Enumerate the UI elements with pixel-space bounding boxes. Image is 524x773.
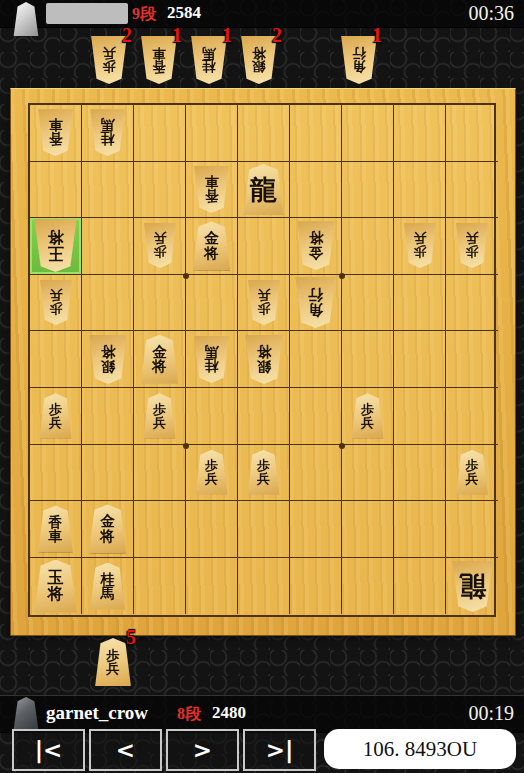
square-84[interactable] [82, 275, 134, 332]
square-81[interactable]: 桂馬 [82, 105, 134, 162]
piece-kanji: 香 [152, 60, 166, 74]
square-58[interactable] [238, 501, 290, 558]
square-23[interactable]: 歩兵 [394, 218, 446, 275]
square-39[interactable] [342, 558, 394, 615]
piece-kanji: 桂 [101, 133, 115, 147]
piece-kanji: 兵 [413, 233, 426, 246]
square-47[interactable] [290, 445, 342, 502]
hoshi-dot [183, 273, 189, 279]
piece-kanji: 将 [100, 345, 115, 360]
piece-pawn-gote[interactable]: 歩兵 [247, 280, 281, 325]
square-87[interactable] [82, 445, 134, 502]
piece-kanji: 角 [308, 303, 323, 318]
piece-kanji: 将 [152, 359, 167, 374]
square-93[interactable]: 王将 [30, 218, 82, 275]
piece-pawn-gote[interactable]: 歩兵 [39, 280, 73, 325]
square-46[interactable] [290, 388, 342, 445]
piece-pawn-sente[interactable]: 歩兵 [351, 393, 385, 438]
piece-pawn-gote[interactable]: 歩兵 [143, 223, 177, 268]
piece-kanji: 将 [100, 529, 115, 544]
square-45[interactable] [290, 331, 342, 388]
piece-kanji: 将 [204, 246, 219, 261]
piece-kanji: 行 [308, 288, 323, 303]
square-14[interactable] [446, 275, 498, 332]
piece-kanji: 馬 [202, 47, 216, 61]
piece-kanji: 銀 [256, 359, 271, 374]
square-97[interactable] [30, 445, 82, 502]
shogi-app: 9段 2584 00:36 歩兵2香車1桂馬1銀将2角行1 香車桂馬香車龍王将歩… [0, 0, 524, 773]
piece-knight-gote[interactable]: 桂馬 [193, 336, 230, 383]
piece-kanji: 歩 [102, 60, 116, 74]
piece-kanji: 龍 [250, 176, 277, 203]
piece-kanji: 馬 [205, 345, 219, 359]
square-36[interactable]: 歩兵 [342, 388, 394, 445]
piece-king-sente[interactable]: 玉将 [33, 560, 78, 613]
square-49[interactable] [290, 558, 342, 615]
piece-kanji: 行 [352, 47, 366, 61]
square-16[interactable] [446, 388, 498, 445]
piece-kanji: 香 [49, 133, 63, 147]
nav-first-button[interactable]: |< [12, 729, 85, 771]
piece-pawn-sente[interactable]: 歩兵 [195, 450, 229, 495]
piece-kanji: 兵 [153, 416, 166, 429]
piece-dragon-sente[interactable]: 龍 [242, 164, 285, 215]
square-62[interactable]: 香車 [186, 162, 238, 219]
piece-kanji: 金 [204, 231, 219, 246]
move-display: 106. 8493OU [324, 729, 516, 769]
hoshi-dot [339, 273, 345, 279]
piece-kanji: 車 [49, 119, 63, 133]
square-41[interactable] [290, 105, 342, 162]
piece-kanji: 馬 [101, 586, 115, 600]
square-55[interactable]: 銀将 [238, 331, 290, 388]
piece-pawn-sente[interactable]: 歩兵 [143, 393, 177, 438]
square-83[interactable] [82, 218, 134, 275]
bottom-player-name: garnet_crow [46, 702, 148, 724]
piece-kanji: 兵 [257, 472, 270, 485]
bottom-player-rank: 8段 [177, 704, 201, 725]
square-68[interactable] [186, 501, 238, 558]
piece-pawn-gote[interactable]: 歩兵 [455, 223, 489, 268]
square-13[interactable]: 歩兵 [446, 218, 498, 275]
piece-kanji: 将 [48, 586, 64, 602]
hand-count: 1 [222, 24, 232, 47]
piece-kanji: 歩 [153, 246, 166, 259]
piece-kanji: 金 [308, 246, 323, 261]
square-17[interactable]: 歩兵 [446, 445, 498, 502]
square-11[interactable] [446, 105, 498, 162]
square-29[interactable] [394, 558, 446, 615]
piece-kanji: 将 [252, 47, 266, 61]
square-56[interactable] [238, 388, 290, 445]
square-52[interactable]: 龍 [238, 162, 290, 219]
piece-silver-gote[interactable]: 銀将 [244, 335, 284, 384]
piece-kanji: 歩 [466, 246, 479, 259]
piece-lance-sente[interactable]: 香車 [37, 505, 74, 552]
square-94[interactable]: 歩兵 [30, 275, 82, 332]
square-19[interactable]: 龍 [446, 558, 498, 615]
nav-prev-button[interactable]: < [89, 729, 162, 771]
hand-pawn-gote[interactable]: 歩兵2 [90, 36, 128, 84]
piece-kanji: 歩 [361, 403, 374, 416]
square-61[interactable] [186, 105, 238, 162]
square-27[interactable] [394, 445, 446, 502]
square-63[interactable]: 金将 [186, 218, 238, 275]
square-75[interactable]: 金将 [134, 331, 186, 388]
piece-knight-gote[interactable]: 桂馬 [89, 109, 126, 156]
square-77[interactable] [134, 445, 186, 502]
square-74[interactable] [134, 275, 186, 332]
square-88[interactable]: 金将 [82, 501, 134, 558]
piece-gold-sente[interactable]: 金将 [192, 221, 232, 270]
piece-kanji: 龍 [459, 573, 486, 600]
nav-next-button[interactable]: > [166, 729, 239, 771]
square-21[interactable] [394, 105, 446, 162]
piece-gold-sente[interactable]: 金将 [140, 335, 180, 384]
piece-kanji: 兵 [49, 416, 62, 429]
piece-kanji: 兵 [49, 290, 62, 303]
hand-bishop-gote[interactable]: 角行1 [340, 36, 378, 84]
piece-pawn-sente[interactable]: 歩兵 [39, 393, 73, 438]
piece-kanji: 王 [48, 246, 64, 262]
square-32[interactable] [342, 162, 394, 219]
hand-count: 1 [372, 24, 382, 47]
square-78[interactable] [134, 501, 186, 558]
square-85[interactable]: 銀将 [82, 331, 134, 388]
piece-kanji: 香 [49, 515, 63, 529]
hoshi-dot [339, 443, 345, 449]
square-53[interactable] [238, 218, 290, 275]
square-25[interactable] [394, 331, 446, 388]
piece-silver-gote[interactable]: 銀将 [88, 335, 128, 384]
piece-kanji: 馬 [101, 119, 115, 133]
top-player-rank: 9段 [132, 4, 156, 25]
square-44[interactable]: 角行 [290, 275, 342, 332]
piece-kanji: 歩 [413, 246, 426, 259]
square-38[interactable] [342, 501, 394, 558]
hand-count: 2 [122, 24, 132, 47]
square-31[interactable] [342, 105, 394, 162]
piece-kanji: 歩 [49, 303, 62, 316]
piece-kanji: 車 [205, 175, 219, 189]
hand-count: 1 [172, 24, 182, 47]
piece-knight-sente[interactable]: 桂馬 [89, 563, 126, 610]
square-96[interactable]: 歩兵 [30, 388, 82, 445]
hand-lance-gote[interactable]: 香車1 [140, 36, 178, 84]
square-42[interactable] [290, 162, 342, 219]
piece-kanji: 車 [152, 47, 166, 61]
hand-pawn-sente[interactable]: 歩兵5 [94, 638, 132, 686]
piece-kanji: 銀 [252, 60, 266, 74]
piece-gold-sente[interactable]: 金将 [88, 504, 128, 553]
piece-pawn-sente[interactable]: 歩兵 [247, 450, 281, 495]
board-grid: 香車桂馬香車龍王将歩兵金将金将歩兵歩兵歩兵歩兵角行銀将金将桂馬銀将歩兵歩兵歩兵歩… [30, 105, 494, 614]
square-73[interactable]: 歩兵 [134, 218, 186, 275]
square-95[interactable] [30, 331, 82, 388]
piece-kanji: 兵 [466, 233, 479, 246]
square-79[interactable] [134, 558, 186, 615]
hand-silver-gote[interactable]: 銀将2 [240, 36, 278, 84]
square-72[interactable] [134, 162, 186, 219]
piece-bishop-gote[interactable]: 角行 [294, 277, 337, 328]
bottom-player-bar: garnet_crow 8段 2480 00:19 [0, 695, 524, 733]
square-65[interactable]: 桂馬 [186, 331, 238, 388]
square-12[interactable] [446, 162, 498, 219]
square-22[interactable] [394, 162, 446, 219]
hoshi-dot [183, 443, 189, 449]
square-15[interactable] [446, 331, 498, 388]
square-34[interactable] [342, 275, 394, 332]
square-91[interactable]: 香車 [30, 105, 82, 162]
hand-count: 5 [126, 626, 136, 649]
hand-knight-gote[interactable]: 桂馬1 [190, 36, 228, 84]
top-player-clock: 00:36 [468, 2, 514, 25]
piece-kanji: 兵 [466, 472, 479, 485]
piece-kanji: 桂 [101, 572, 115, 586]
board-inner: 香車桂馬香車龍王将歩兵金将金将歩兵歩兵歩兵歩兵角行銀将金将桂馬銀将歩兵歩兵歩兵歩… [28, 103, 496, 617]
nav-last-button[interactable]: >| [243, 729, 316, 771]
piece-kanji: 金 [152, 345, 167, 360]
piece-kanji: 将 [308, 231, 323, 246]
square-89[interactable]: 桂馬 [82, 558, 134, 615]
square-51[interactable] [238, 105, 290, 162]
shogi-board: 香車桂馬香車龍王将歩兵金将金将歩兵歩兵歩兵歩兵角行銀将金将桂馬銀将歩兵歩兵歩兵歩… [10, 88, 516, 636]
piece-kanji: 歩 [49, 403, 62, 416]
square-57[interactable]: 歩兵 [238, 445, 290, 502]
piece-kanji: 香 [205, 189, 219, 203]
top-player-rating: 2584 [167, 3, 201, 23]
piece-kanji: 将 [256, 345, 271, 360]
piece-kanji: 車 [49, 529, 63, 543]
square-37[interactable] [342, 445, 394, 502]
piece-kanji: 桂 [205, 359, 219, 373]
piece-king-gote[interactable]: 王将 [33, 219, 78, 272]
piece-kanji: 将 [48, 230, 64, 246]
square-92[interactable] [30, 162, 82, 219]
square-98[interactable]: 香車 [30, 501, 82, 558]
square-76[interactable]: 歩兵 [134, 388, 186, 445]
piece-kanji: 角 [352, 60, 366, 74]
square-48[interactable] [290, 501, 342, 558]
square-99[interactable]: 玉将 [30, 558, 82, 615]
square-59[interactable] [238, 558, 290, 615]
square-67[interactable]: 歩兵 [186, 445, 238, 502]
piece-pawn-gote[interactable]: 歩兵 [403, 223, 437, 268]
square-86[interactable] [82, 388, 134, 445]
piece-kanji: 兵 [257, 290, 270, 303]
piece-lance-gote[interactable]: 香車 [37, 109, 74, 156]
piece-kanji: 歩 [257, 303, 270, 316]
square-35[interactable] [342, 331, 394, 388]
piece-kanji: 桂 [202, 60, 216, 74]
square-66[interactable] [186, 388, 238, 445]
piece-kanji: 兵 [205, 472, 218, 485]
square-24[interactable] [394, 275, 446, 332]
square-28[interactable] [394, 501, 446, 558]
square-18[interactable] [446, 501, 498, 558]
square-33[interactable] [342, 218, 394, 275]
piece-kanji: 歩 [153, 403, 166, 416]
hand-count: 2 [272, 24, 282, 47]
piece-pawn-sente[interactable]: 歩兵 [455, 450, 489, 495]
square-54[interactable]: 歩兵 [238, 275, 290, 332]
piece-kanji: 金 [100, 514, 115, 529]
top-player-name-redacted [46, 3, 128, 24]
square-71[interactable] [134, 105, 186, 162]
square-82[interactable] [82, 162, 134, 219]
square-43[interactable]: 金将 [290, 218, 342, 275]
bottom-player-rating: 2480 [212, 703, 246, 723]
piece-kanji: 兵 [153, 233, 166, 246]
piece-gold-gote[interactable]: 金将 [296, 221, 336, 270]
square-26[interactable] [394, 388, 446, 445]
piece-lance-gote[interactable]: 香車 [193, 166, 230, 213]
piece-kanji: 兵 [102, 47, 116, 61]
square-64[interactable] [186, 275, 238, 332]
piece-kanji: 兵 [106, 662, 120, 676]
piece-dragon-gote[interactable]: 龍 [451, 561, 494, 612]
square-69[interactable] [186, 558, 238, 615]
piece-kanji: 兵 [361, 416, 374, 429]
bottom-player-clock: 00:19 [468, 702, 514, 725]
piece-kanji: 銀 [100, 359, 115, 374]
